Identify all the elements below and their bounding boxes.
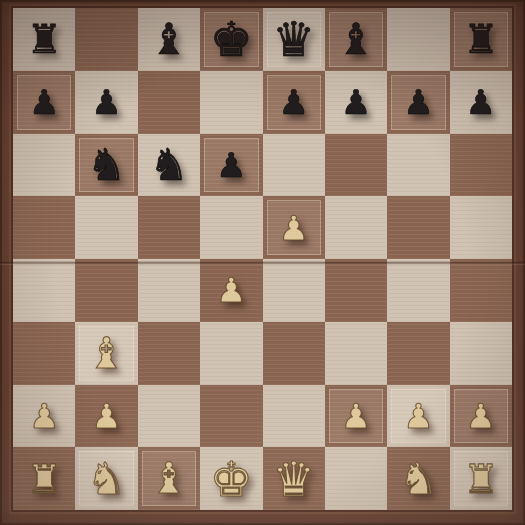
square-f4[interactable] xyxy=(325,259,387,322)
piece-black-pawn: ♟ xyxy=(200,134,262,197)
piece-white-queen: ♛ xyxy=(263,447,325,510)
piece-white-king: ♚ xyxy=(200,447,262,510)
square-e8[interactable]: ♛ xyxy=(263,8,325,71)
square-h6[interactable] xyxy=(450,134,512,197)
square-a2[interactable]: ♟ xyxy=(13,385,75,448)
piece-white-rook: ♜ xyxy=(13,447,75,510)
square-f2[interactable]: ♟ xyxy=(325,385,387,448)
square-h4[interactable] xyxy=(450,259,512,322)
piece-white-pawn: ♟ xyxy=(200,259,262,322)
square-f3[interactable] xyxy=(325,322,387,385)
piece-white-bishop: ♝ xyxy=(138,447,200,510)
square-c4[interactable] xyxy=(138,259,200,322)
square-a7[interactable]: ♟ xyxy=(13,71,75,134)
piece-black-king: ♚ xyxy=(200,8,262,71)
square-h1[interactable]: ♜ xyxy=(450,447,512,510)
square-g5[interactable] xyxy=(387,196,449,259)
square-d1[interactable]: ♚ xyxy=(200,447,262,510)
square-a1[interactable]: ♜ xyxy=(13,447,75,510)
square-h2[interactable]: ♟ xyxy=(450,385,512,448)
square-f5[interactable] xyxy=(325,196,387,259)
board-grid: ♜♝♚♛♝♜♟♟♟♟♟♟♞♞♟♟♟♝♟♟♟♟♟♜♞♝♚♛♞♜ xyxy=(13,8,512,510)
piece-white-pawn: ♟ xyxy=(387,385,449,448)
square-g8[interactable] xyxy=(387,8,449,71)
square-e3[interactable] xyxy=(263,322,325,385)
square-e1[interactable]: ♛ xyxy=(263,447,325,510)
square-g2[interactable]: ♟ xyxy=(387,385,449,448)
square-a5[interactable] xyxy=(13,196,75,259)
square-c2[interactable] xyxy=(138,385,200,448)
piece-black-knight: ♞ xyxy=(138,134,200,197)
square-f6[interactable] xyxy=(325,134,387,197)
piece-white-pawn: ♟ xyxy=(450,385,512,448)
piece-black-bishop: ♝ xyxy=(138,8,200,71)
board-photo: ♜♝♚♛♝♜♟♟♟♟♟♟♞♞♟♟♟♝♟♟♟♟♟♜♞♝♚♛♞♜ xyxy=(0,0,525,525)
square-e7[interactable]: ♟ xyxy=(263,71,325,134)
square-b3[interactable]: ♝ xyxy=(75,322,137,385)
piece-black-bishop: ♝ xyxy=(325,8,387,71)
square-c1[interactable]: ♝ xyxy=(138,447,200,510)
square-g1[interactable]: ♞ xyxy=(387,447,449,510)
square-a8[interactable]: ♜ xyxy=(13,8,75,71)
piece-black-pawn: ♟ xyxy=(13,71,75,134)
piece-black-knight: ♞ xyxy=(75,134,137,197)
square-a4[interactable] xyxy=(13,259,75,322)
piece-white-pawn: ♟ xyxy=(13,385,75,448)
piece-white-pawn: ♟ xyxy=(325,385,387,448)
piece-black-pawn: ♟ xyxy=(75,71,137,134)
square-g6[interactable] xyxy=(387,134,449,197)
piece-black-rook: ♜ xyxy=(13,8,75,71)
square-b4[interactable] xyxy=(75,259,137,322)
piece-black-pawn: ♟ xyxy=(325,71,387,134)
square-g3[interactable] xyxy=(387,322,449,385)
square-b5[interactable] xyxy=(75,196,137,259)
piece-white-bishop: ♝ xyxy=(75,322,137,385)
piece-black-pawn: ♟ xyxy=(387,71,449,134)
piece-white-knight: ♞ xyxy=(75,447,137,510)
square-d2[interactable] xyxy=(200,385,262,448)
square-h8[interactable]: ♜ xyxy=(450,8,512,71)
square-e5[interactable]: ♟ xyxy=(263,196,325,259)
square-a3[interactable] xyxy=(13,322,75,385)
square-b1[interactable]: ♞ xyxy=(75,447,137,510)
square-f8[interactable]: ♝ xyxy=(325,8,387,71)
piece-white-pawn: ♟ xyxy=(75,385,137,448)
piece-black-queen: ♛ xyxy=(263,8,325,71)
square-d5[interactable] xyxy=(200,196,262,259)
square-g4[interactable] xyxy=(387,259,449,322)
square-b2[interactable]: ♟ xyxy=(75,385,137,448)
square-e6[interactable] xyxy=(263,134,325,197)
square-c8[interactable]: ♝ xyxy=(138,8,200,71)
square-f7[interactable]: ♟ xyxy=(325,71,387,134)
square-d8[interactable]: ♚ xyxy=(200,8,262,71)
piece-white-rook: ♜ xyxy=(450,447,512,510)
square-b6[interactable]: ♞ xyxy=(75,134,137,197)
chessboard-frame: ♜♝♚♛♝♜♟♟♟♟♟♟♞♞♟♟♟♝♟♟♟♟♟♜♞♝♚♛♞♜ xyxy=(0,0,525,525)
square-d6[interactable]: ♟ xyxy=(200,134,262,197)
square-b8[interactable] xyxy=(75,8,137,71)
piece-black-pawn: ♟ xyxy=(450,71,512,134)
square-e2[interactable] xyxy=(263,385,325,448)
square-e4[interactable] xyxy=(263,259,325,322)
square-d4[interactable]: ♟ xyxy=(200,259,262,322)
square-c6[interactable]: ♞ xyxy=(138,134,200,197)
piece-black-rook: ♜ xyxy=(450,8,512,71)
piece-black-pawn: ♟ xyxy=(263,71,325,134)
square-d7[interactable] xyxy=(200,71,262,134)
piece-white-knight: ♞ xyxy=(387,447,449,510)
square-f1[interactable] xyxy=(325,447,387,510)
square-h7[interactable]: ♟ xyxy=(450,71,512,134)
square-g7[interactable]: ♟ xyxy=(387,71,449,134)
square-c7[interactable] xyxy=(138,71,200,134)
square-h5[interactable] xyxy=(450,196,512,259)
piece-white-pawn: ♟ xyxy=(263,196,325,259)
square-c3[interactable] xyxy=(138,322,200,385)
square-h3[interactable] xyxy=(450,322,512,385)
square-b7[interactable]: ♟ xyxy=(75,71,137,134)
square-c5[interactable] xyxy=(138,196,200,259)
square-d3[interactable] xyxy=(200,322,262,385)
square-a6[interactable] xyxy=(13,134,75,197)
